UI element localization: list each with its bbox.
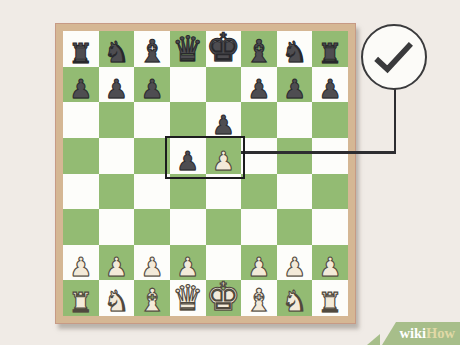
white-knight-icon: ♞ — [282, 287, 308, 316]
square-d2[interactable]: ♟ — [170, 245, 206, 281]
square-d6[interactable] — [170, 102, 206, 138]
check-mark-badge — [361, 24, 427, 90]
black-pawn-icon: ♟ — [283, 76, 306, 102]
square-g8[interactable]: ♞ — [277, 31, 313, 67]
white-king-icon: ♚ — [206, 277, 241, 316]
square-e2[interactable] — [206, 245, 242, 281]
square-e4[interactable] — [206, 174, 242, 210]
square-c2[interactable]: ♟ — [134, 245, 170, 281]
square-a3[interactable] — [63, 209, 99, 245]
white-pawn-icon: ♟ — [283, 254, 306, 280]
square-c6[interactable] — [134, 102, 170, 138]
white-pawn-icon: ♟ — [319, 254, 342, 280]
black-pawn-icon: ♟ — [69, 76, 92, 102]
square-b3[interactable] — [99, 209, 135, 245]
black-rook-icon: ♜ — [69, 40, 93, 67]
square-g5[interactable] — [277, 138, 313, 174]
white-knight-icon: ♞ — [103, 287, 129, 316]
white-bishop-icon: ♝ — [138, 285, 166, 316]
square-a6[interactable] — [63, 102, 99, 138]
black-bishop-icon: ♝ — [245, 36, 273, 67]
square-b7[interactable]: ♟ — [99, 67, 135, 103]
connector-line-horizontal — [241, 151, 396, 154]
black-knight-icon: ♞ — [282, 38, 308, 67]
square-b1[interactable]: ♞ — [99, 280, 135, 316]
black-rook-icon: ♜ — [318, 40, 342, 67]
square-h3[interactable] — [312, 209, 348, 245]
square-h4[interactable] — [312, 174, 348, 210]
square-c4[interactable] — [134, 174, 170, 210]
square-f8[interactable]: ♝ — [241, 31, 277, 67]
white-pawn-icon: ♟ — [69, 254, 92, 280]
square-b5[interactable] — [99, 138, 135, 174]
square-f1[interactable]: ♝ — [241, 280, 277, 316]
square-b8[interactable]: ♞ — [99, 31, 135, 67]
square-h8[interactable]: ♜ — [312, 31, 348, 67]
square-e7[interactable] — [206, 67, 242, 103]
square-e1[interactable]: ♚ — [206, 280, 242, 316]
chess-board: ♜♞♝♛♚♝♞♜♟♟♟♟♟♟♟♟♟♟♟♟♟♟♟♟♜♞♝♛♚♝♞♜ — [63, 31, 348, 316]
square-f6[interactable] — [241, 102, 277, 138]
en-passant-highlight-box — [165, 136, 245, 179]
square-d8[interactable]: ♛ — [170, 31, 206, 67]
square-f4[interactable] — [241, 174, 277, 210]
square-f7[interactable]: ♟ — [241, 67, 277, 103]
white-pawn-icon: ♟ — [105, 254, 128, 280]
square-f5[interactable] — [241, 138, 277, 174]
white-rook-icon: ♜ — [318, 289, 342, 316]
black-pawn-icon: ♟ — [212, 112, 235, 138]
white-pawn-icon: ♟ — [247, 254, 270, 280]
square-h2[interactable]: ♟ — [312, 245, 348, 281]
black-pawn-icon: ♟ — [247, 76, 270, 102]
white-rook-icon: ♜ — [69, 289, 93, 316]
wikihow-logo-wiki: wiki — [399, 325, 426, 342]
square-e6[interactable]: ♟ — [206, 102, 242, 138]
square-d3[interactable] — [170, 209, 206, 245]
wikihow-ribbon-tail — [367, 334, 380, 345]
square-c1[interactable]: ♝ — [134, 280, 170, 316]
white-pawn-icon: ♟ — [140, 254, 163, 280]
square-e8[interactable]: ♚ — [206, 31, 242, 67]
wikihow-logo-how: How — [426, 325, 455, 342]
black-bishop-icon: ♝ — [138, 36, 166, 67]
black-king-icon: ♚ — [206, 28, 241, 67]
black-pawn-icon: ♟ — [140, 76, 163, 102]
square-c8[interactable]: ♝ — [134, 31, 170, 67]
square-a2[interactable]: ♟ — [63, 245, 99, 281]
square-g3[interactable] — [277, 209, 313, 245]
square-h6[interactable] — [312, 102, 348, 138]
square-f2[interactable]: ♟ — [241, 245, 277, 281]
square-a5[interactable] — [63, 138, 99, 174]
square-c3[interactable] — [134, 209, 170, 245]
black-pawn-icon: ♟ — [105, 76, 128, 102]
square-d7[interactable] — [170, 67, 206, 103]
black-knight-icon: ♞ — [103, 38, 129, 67]
black-pawn-icon: ♟ — [319, 76, 342, 102]
wikihow-logo: wikiHow — [376, 322, 460, 345]
square-h7[interactable]: ♟ — [312, 67, 348, 103]
square-h5[interactable] — [312, 138, 348, 174]
white-queen-icon: ♛ — [172, 281, 203, 316]
square-a7[interactable]: ♟ — [63, 67, 99, 103]
square-g4[interactable] — [277, 174, 313, 210]
white-pawn-icon: ♟ — [176, 254, 199, 280]
illustration-canvas: ♜♞♝♛♚♝♞♜♟♟♟♟♟♟♟♟♟♟♟♟♟♟♟♟♜♞♝♛♚♝♞♜ wikiHow — [0, 0, 460, 345]
connector-line-vertical — [394, 88, 397, 153]
check-mark-icon — [363, 24, 425, 90]
square-g7[interactable]: ♟ — [277, 67, 313, 103]
square-b2[interactable]: ♟ — [99, 245, 135, 281]
square-h1[interactable]: ♜ — [312, 280, 348, 316]
square-g1[interactable]: ♞ — [277, 280, 313, 316]
square-c7[interactable]: ♟ — [134, 67, 170, 103]
black-queen-icon: ♛ — [172, 32, 203, 67]
square-d4[interactable] — [170, 174, 206, 210]
chess-board-frame: ♜♞♝♛♚♝♞♜♟♟♟♟♟♟♟♟♟♟♟♟♟♟♟♟♜♞♝♛♚♝♞♜ — [55, 23, 356, 324]
square-a8[interactable]: ♜ — [63, 31, 99, 67]
square-g2[interactable]: ♟ — [277, 245, 313, 281]
square-e3[interactable] — [206, 209, 242, 245]
square-a1[interactable]: ♜ — [63, 280, 99, 316]
square-b4[interactable] — [99, 174, 135, 210]
square-a4[interactable] — [63, 174, 99, 210]
white-bishop-icon: ♝ — [245, 285, 273, 316]
square-b6[interactable] — [99, 102, 135, 138]
square-d1[interactable]: ♛ — [170, 280, 206, 316]
square-f3[interactable] — [241, 209, 277, 245]
square-g6[interactable] — [277, 102, 313, 138]
